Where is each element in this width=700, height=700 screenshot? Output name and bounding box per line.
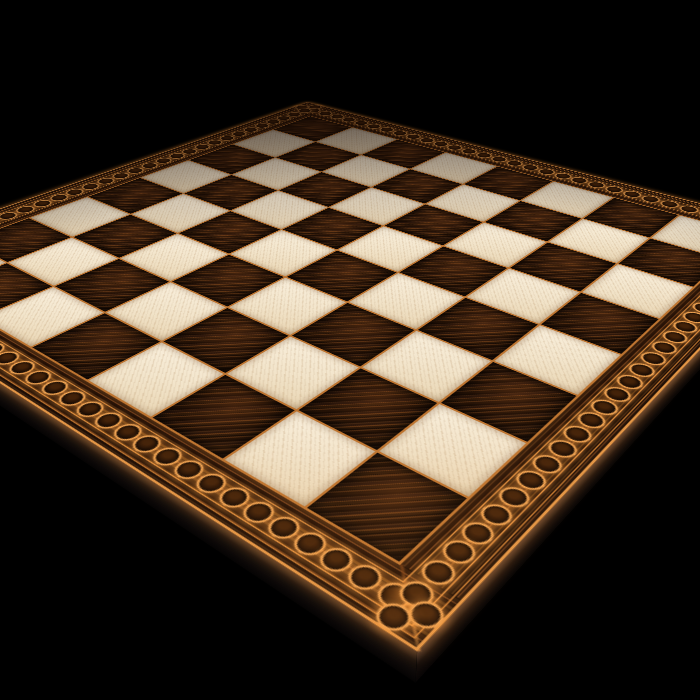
ring-ornament [190,470,233,498]
ring-ornament [261,512,306,543]
square-r6c5[interactable] [229,278,346,335]
ring-ornament [371,577,420,614]
chessboard [0,102,700,651]
ring-ornament [689,300,700,316]
square-r8c4[interactable] [32,313,160,379]
ring-ornament [213,483,256,512]
ring-ornament [572,409,610,432]
ring-ornament [586,396,623,418]
square-r7c4[interactable] [107,282,226,340]
ring-ornament [676,204,700,214]
ring-ornament [108,420,148,444]
ring-ornament [679,309,700,325]
ring-ornament [648,339,681,357]
ring-ornament [436,536,482,569]
square-r8c8[interactable] [307,453,467,562]
ring-ornament [659,329,691,346]
square-r6c8[interactable] [441,362,577,442]
board-scene [0,0,700,700]
ring-ornament [313,543,360,577]
ring-ornament [20,368,57,388]
square-r4c6[interactable] [399,247,507,297]
ring-ornament [236,497,280,527]
ring-ornament [36,378,73,399]
square-r5c7[interactable] [418,298,538,360]
ring-ornament [527,451,567,477]
ring-ornament [493,483,535,512]
ring-ornament [147,444,188,470]
ring-ornament [456,517,501,549]
square-r7c3[interactable] [55,259,169,312]
ring-ornament [89,409,128,432]
square-r7c5[interactable] [164,308,289,373]
ring-ornament [0,340,9,358]
square-r4c7[interactable] [467,269,579,324]
square-r6c4[interactable] [172,255,284,307]
ring-ornament [558,423,596,447]
ring-ornament [612,372,647,392]
ring-ornament [636,349,670,368]
perspective-scene [0,0,700,700]
ring-ornament [669,319,700,336]
square-r6c7[interactable] [362,331,491,402]
square-r5c5[interactable] [287,251,397,302]
square-r4c8[interactable] [541,293,659,354]
ring-ornament [625,360,660,380]
ring-ornament [392,576,441,613]
miter-line-se [400,565,420,652]
ring-ornament [168,457,210,484]
ring-ornament [600,384,636,405]
square-r7c7[interactable] [298,368,437,450]
ring-ornament [4,358,40,377]
square-r8c2[interactable] [0,263,52,317]
square-r8c5[interactable] [89,342,224,416]
ring-ornament [71,398,110,420]
board-top-face [0,102,700,651]
ring-ornament [53,388,91,409]
ring-ornament [510,467,551,494]
square-r6c6[interactable] [292,303,415,367]
ring-ornament [341,560,389,596]
ring-ornament [475,500,519,530]
square-r5c6[interactable] [349,273,464,329]
square-r8c3[interactable] [0,287,103,346]
ring-ornament [543,437,582,462]
square-r7c8[interactable] [379,404,526,497]
square-r8c6[interactable] [153,375,295,459]
ring-ornament [287,527,333,560]
ring-ornament [0,349,25,368]
ring-ornament [415,555,462,590]
square-r8c7[interactable] [225,411,375,506]
square-r5c8[interactable] [494,325,620,394]
ring-ornament [127,432,167,457]
square-r3c8[interactable] [582,264,692,318]
square-r7c6[interactable] [227,337,359,410]
